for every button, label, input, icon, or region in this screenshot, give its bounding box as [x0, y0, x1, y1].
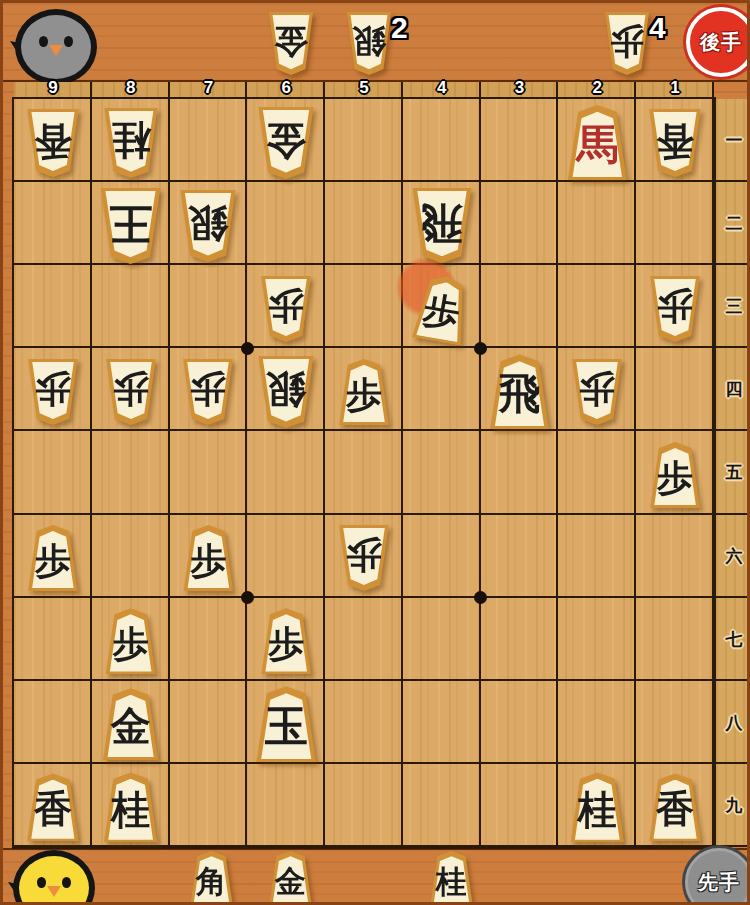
- piece-glyph: 金: [256, 107, 316, 179]
- piece-glyph: 歩: [337, 359, 391, 425]
- piece-glyph: 金: [267, 851, 314, 905]
- sente-hand-piece[interactable]: 金: [267, 851, 314, 905]
- board-piece[interactable]: 歩: [259, 276, 313, 342]
- chick-eye: [62, 877, 71, 888]
- piece-glyph: 香: [647, 773, 703, 841]
- hoshi-dot: [474, 342, 487, 355]
- rank-label-8: 八: [717, 681, 750, 764]
- sente-badge: 先手: [685, 848, 750, 905]
- file-label-2: 2: [558, 78, 636, 97]
- rank-label-4: 四: [717, 348, 750, 431]
- sente-hand-piece[interactable]: 桂: [428, 851, 475, 905]
- piece-glyph: 歩: [26, 359, 80, 425]
- board-piece[interactable]: 飛: [488, 354, 552, 429]
- piece-glyph: 桂: [428, 851, 475, 905]
- piece-glyph: 歩: [104, 359, 158, 425]
- board-piece[interactable]: 歩: [415, 276, 469, 342]
- piece-glyph: 歩: [181, 359, 235, 425]
- piece-glyph: 歩: [603, 12, 651, 75]
- piece-glyph: 桂: [102, 772, 160, 842]
- piece-glyph: 香: [25, 773, 81, 841]
- board-piece[interactable]: 香: [647, 773, 703, 841]
- rank-label-3: 三: [717, 265, 750, 348]
- rank-label-2: 二: [717, 182, 750, 265]
- board-piece[interactable]: 歩: [104, 359, 158, 425]
- chick-beak: [47, 886, 61, 897]
- board-piece[interactable]: 銀: [178, 190, 238, 262]
- file-label-9: 9: [14, 78, 92, 97]
- board-piece[interactable]: 桂: [102, 108, 160, 178]
- rank-label-9: 九: [717, 764, 750, 847]
- board-piece[interactable]: 歩: [337, 525, 391, 591]
- chick-eye: [64, 36, 73, 47]
- board-piece[interactable]: 歩: [181, 359, 235, 425]
- board-piece[interactable]: 桂: [568, 772, 626, 842]
- piece-glyph: 歩: [259, 276, 313, 342]
- board-piece[interactable]: 歩: [648, 442, 702, 508]
- piece-glyph: 銀: [256, 356, 316, 428]
- board-piece[interactable]: 飛: [410, 188, 474, 263]
- board-piece[interactable]: 香: [25, 109, 81, 177]
- file-label-8: 8: [92, 78, 170, 97]
- piece-glyph: 桂: [568, 772, 626, 842]
- piece-glyph: 銀: [345, 12, 393, 75]
- chick-eye: [37, 877, 46, 888]
- board-piece[interactable]: 金: [256, 107, 316, 179]
- file-label-6: 6: [247, 78, 325, 97]
- board-piece[interactable]: 歩: [259, 608, 313, 674]
- piece-glyph: 香: [25, 109, 81, 177]
- board-piece[interactable]: 歩: [570, 359, 624, 425]
- board-piece[interactable]: 桂: [102, 772, 160, 842]
- sente-hand-piece[interactable]: 角: [188, 851, 235, 905]
- board-piece[interactable]: 馬: [565, 105, 629, 180]
- board-piece[interactable]: 香: [25, 773, 81, 841]
- board-piece[interactable]: 歩: [648, 276, 702, 342]
- piece-glyph: 歩: [26, 525, 80, 591]
- hoshi-dot: [241, 342, 254, 355]
- rank-label-7: 七: [717, 598, 750, 681]
- chick-eye: [39, 36, 48, 47]
- board-piece[interactable]: 銀: [256, 356, 316, 428]
- piece-glyph: 金: [267, 12, 315, 75]
- gote-hand-count: 2: [391, 11, 408, 45]
- piece-glyph: 馬: [565, 105, 629, 180]
- board-piece[interactable]: 歩: [26, 525, 80, 591]
- board-piece[interactable]: 歩: [181, 525, 235, 591]
- file-label-7: 7: [170, 78, 248, 97]
- gote-badge: 後手: [686, 7, 750, 77]
- gote-hand-piece[interactable]: 金: [267, 12, 315, 75]
- hoshi-dot: [241, 591, 254, 604]
- gote-hand-piece[interactable]: 歩: [603, 12, 651, 75]
- piece-glyph: 歩: [104, 608, 158, 674]
- gote-hand-count: 4: [649, 11, 666, 45]
- sente-avatar: [13, 850, 95, 905]
- file-label-1: 1: [636, 78, 714, 97]
- gote-hand-piece[interactable]: 銀: [345, 12, 393, 75]
- piece-glyph: 玉: [254, 686, 319, 762]
- rank-label-1: 一: [717, 99, 750, 182]
- piece-glyph: 銀: [178, 190, 238, 262]
- piece-glyph: 歩: [337, 525, 391, 591]
- rank-label-5: 五: [717, 431, 750, 514]
- board-piece[interactable]: 歩: [337, 359, 391, 425]
- piece-glyph: 角: [188, 851, 235, 905]
- shogi-app: 後手 先手 987654321一二三四五六七八九香桂金馬香王銀飛歩歩歩歩歩歩銀歩…: [0, 0, 750, 905]
- piece-glyph: 金: [101, 688, 161, 760]
- board-piece[interactable]: 金: [101, 688, 161, 760]
- piece-glyph: 桂: [102, 108, 160, 178]
- piece-glyph: 香: [647, 109, 703, 177]
- board-piece[interactable]: 香: [647, 109, 703, 177]
- board-piece[interactable]: 玉: [254, 686, 319, 762]
- file-label-4: 4: [403, 78, 481, 97]
- piece-glyph: 歩: [648, 442, 702, 508]
- piece-glyph: 歩: [570, 359, 624, 425]
- chick-beak: [49, 45, 63, 56]
- piece-glyph: 王: [98, 188, 163, 264]
- piece-glyph: 歩: [648, 276, 702, 342]
- board-piece[interactable]: 王: [98, 188, 163, 264]
- piece-glyph: 歩: [181, 525, 235, 591]
- rank-label-6: 六: [717, 515, 750, 598]
- sente-hand-bar: [3, 848, 750, 905]
- file-label-5: 5: [325, 78, 403, 97]
- piece-glyph: 飛: [410, 188, 474, 263]
- piece-glyph: 飛: [488, 354, 552, 429]
- piece-glyph: 歩: [409, 272, 474, 346]
- board-piece[interactable]: 歩: [104, 608, 158, 674]
- file-label-3: 3: [481, 78, 559, 97]
- board-piece[interactable]: 歩: [26, 359, 80, 425]
- gote-avatar: [15, 9, 97, 85]
- piece-glyph: 歩: [259, 608, 313, 674]
